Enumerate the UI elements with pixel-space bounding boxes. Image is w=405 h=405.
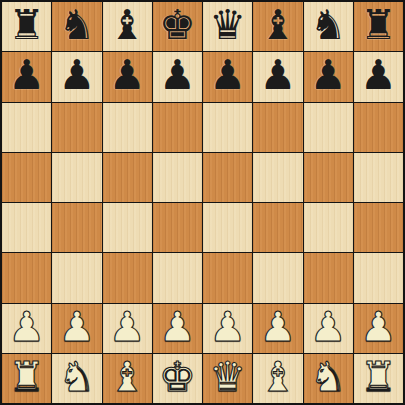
square-c3[interactable] bbox=[103, 253, 152, 302]
black-pawn-icon[interactable]: ♟ bbox=[8, 55, 45, 96]
black-rook-icon[interactable]: ♜ bbox=[8, 5, 45, 46]
square-d8[interactable]: ♚ bbox=[153, 2, 202, 51]
square-b4[interactable] bbox=[52, 203, 101, 252]
chess-board: ♜♞♝♚♛♝♞♜♟♟♟♟♟♟♟♟♟♟♟♟♟♟♟♟♜♞♝♚♛♝♞♜ bbox=[0, 0, 405, 405]
black-king-icon[interactable]: ♚ bbox=[159, 5, 196, 46]
square-h5[interactable] bbox=[354, 153, 403, 202]
square-e8[interactable]: ♛ bbox=[203, 2, 252, 51]
square-g8[interactable]: ♞ bbox=[304, 2, 353, 51]
square-d6[interactable] bbox=[153, 103, 202, 152]
square-h1[interactable]: ♜ bbox=[354, 354, 403, 403]
white-pawn-icon[interactable]: ♟ bbox=[8, 307, 45, 348]
white-pawn-icon[interactable]: ♟ bbox=[360, 307, 397, 348]
square-d1[interactable]: ♚ bbox=[153, 354, 202, 403]
square-d4[interactable] bbox=[153, 203, 202, 252]
square-f1[interactable]: ♝ bbox=[253, 354, 302, 403]
square-f3[interactable] bbox=[253, 253, 302, 302]
black-pawn-icon[interactable]: ♟ bbox=[360, 55, 397, 96]
white-pawn-icon[interactable]: ♟ bbox=[159, 307, 196, 348]
square-b8[interactable]: ♞ bbox=[52, 2, 101, 51]
black-pawn-icon[interactable]: ♟ bbox=[58, 55, 95, 96]
square-e5[interactable] bbox=[203, 153, 252, 202]
square-d5[interactable] bbox=[153, 153, 202, 202]
board-grid: ♜♞♝♚♛♝♞♜♟♟♟♟♟♟♟♟♟♟♟♟♟♟♟♟♜♞♝♚♛♝♞♜ bbox=[2, 2, 403, 403]
black-queen-icon[interactable]: ♛ bbox=[209, 5, 246, 46]
square-d2[interactable]: ♟ bbox=[153, 304, 202, 353]
square-h2[interactable]: ♟ bbox=[354, 304, 403, 353]
square-a1[interactable]: ♜ bbox=[2, 354, 51, 403]
black-bishop-elephant-icon[interactable]: ♝ bbox=[259, 5, 296, 46]
square-a6[interactable] bbox=[2, 103, 51, 152]
square-e7[interactable]: ♟ bbox=[203, 52, 252, 101]
square-c5[interactable] bbox=[103, 153, 152, 202]
square-f8[interactable]: ♝ bbox=[253, 2, 302, 51]
square-a4[interactable] bbox=[2, 203, 51, 252]
square-b2[interactable]: ♟ bbox=[52, 304, 101, 353]
black-pawn-icon[interactable]: ♟ bbox=[259, 55, 296, 96]
black-pawn-icon[interactable]: ♟ bbox=[109, 55, 146, 96]
square-h8[interactable]: ♜ bbox=[354, 2, 403, 51]
square-c6[interactable] bbox=[103, 103, 152, 152]
white-pawn-icon[interactable]: ♟ bbox=[259, 307, 296, 348]
square-b6[interactable] bbox=[52, 103, 101, 152]
white-knight-icon[interactable]: ♞ bbox=[310, 357, 347, 398]
square-a2[interactable]: ♟ bbox=[2, 304, 51, 353]
square-g4[interactable] bbox=[304, 203, 353, 252]
square-g7[interactable]: ♟ bbox=[304, 52, 353, 101]
square-f6[interactable] bbox=[253, 103, 302, 152]
square-g1[interactable]: ♞ bbox=[304, 354, 353, 403]
white-pawn-icon[interactable]: ♟ bbox=[109, 307, 146, 348]
white-queen-icon[interactable]: ♛ bbox=[209, 357, 246, 398]
square-a8[interactable]: ♜ bbox=[2, 2, 51, 51]
square-a5[interactable] bbox=[2, 153, 51, 202]
square-c8[interactable]: ♝ bbox=[103, 2, 152, 51]
black-rook-icon[interactable]: ♜ bbox=[360, 5, 397, 46]
square-f7[interactable]: ♟ bbox=[253, 52, 302, 101]
white-pawn-icon[interactable]: ♟ bbox=[209, 307, 246, 348]
white-bishop-elephant-icon[interactable]: ♝ bbox=[259, 357, 296, 398]
square-e6[interactable] bbox=[203, 103, 252, 152]
square-e4[interactable] bbox=[203, 203, 252, 252]
black-knight-icon[interactable]: ♞ bbox=[310, 5, 347, 46]
square-c2[interactable]: ♟ bbox=[103, 304, 152, 353]
square-e1[interactable]: ♛ bbox=[203, 354, 252, 403]
black-knight-icon[interactable]: ♞ bbox=[58, 5, 95, 46]
square-g5[interactable] bbox=[304, 153, 353, 202]
square-f2[interactable]: ♟ bbox=[253, 304, 302, 353]
square-a3[interactable] bbox=[2, 253, 51, 302]
square-c1[interactable]: ♝ bbox=[103, 354, 152, 403]
white-king-icon[interactable]: ♚ bbox=[159, 357, 196, 398]
square-f5[interactable] bbox=[253, 153, 302, 202]
square-b7[interactable]: ♟ bbox=[52, 52, 101, 101]
square-c4[interactable] bbox=[103, 203, 152, 252]
white-rook-icon[interactable]: ♜ bbox=[8, 357, 45, 398]
square-d3[interactable] bbox=[153, 253, 202, 302]
black-bishop-elephant-icon[interactable]: ♝ bbox=[109, 5, 146, 46]
square-e2[interactable]: ♟ bbox=[203, 304, 252, 353]
square-a7[interactable]: ♟ bbox=[2, 52, 51, 101]
square-h4[interactable] bbox=[354, 203, 403, 252]
square-h6[interactable] bbox=[354, 103, 403, 152]
square-d7[interactable]: ♟ bbox=[153, 52, 202, 101]
white-bishop-elephant-icon[interactable]: ♝ bbox=[109, 357, 146, 398]
square-b5[interactable] bbox=[52, 153, 101, 202]
white-pawn-icon[interactable]: ♟ bbox=[310, 307, 347, 348]
square-g3[interactable] bbox=[304, 253, 353, 302]
black-pawn-icon[interactable]: ♟ bbox=[209, 55, 246, 96]
square-b3[interactable] bbox=[52, 253, 101, 302]
square-b1[interactable]: ♞ bbox=[52, 354, 101, 403]
black-pawn-icon[interactable]: ♟ bbox=[310, 55, 347, 96]
square-h7[interactable]: ♟ bbox=[354, 52, 403, 101]
square-f4[interactable] bbox=[253, 203, 302, 252]
square-g2[interactable]: ♟ bbox=[304, 304, 353, 353]
black-pawn-icon[interactable]: ♟ bbox=[159, 55, 196, 96]
white-pawn-icon[interactable]: ♟ bbox=[58, 307, 95, 348]
square-e3[interactable] bbox=[203, 253, 252, 302]
white-knight-icon[interactable]: ♞ bbox=[58, 357, 95, 398]
square-g6[interactable] bbox=[304, 103, 353, 152]
white-rook-icon[interactable]: ♜ bbox=[360, 357, 397, 398]
square-h3[interactable] bbox=[354, 253, 403, 302]
square-c7[interactable]: ♟ bbox=[103, 52, 152, 101]
